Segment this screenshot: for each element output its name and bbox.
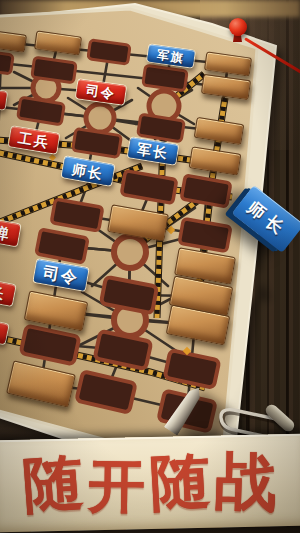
banner-char: 随 [21,452,85,516]
piece-label: 军长 [0,281,7,301]
piece-label: 司令 [85,83,117,100]
camp[interactable] [86,104,114,132]
camp[interactable] [114,236,146,268]
app-screenshot: 军旗 司令 工兵 军长 师长 炸弹 司令 军长 师长 随 开 随 战 [0,0,300,533]
station[interactable] [32,57,76,83]
piece-label: 炸弹 [0,221,12,242]
promo-banner: 随 开 随 战 [0,434,300,533]
station[interactable] [88,40,130,64]
banner-char: 开 [88,457,146,515]
station[interactable] [0,50,13,74]
station[interactable] [143,65,187,91]
banner-char: 随 [148,451,211,514]
piece-label: 工兵 [17,131,51,150]
piece-label: 军旗 [156,48,185,64]
piece-label: 军长 [136,142,170,161]
piece-label: 司令 [42,264,80,286]
banner-slogan: 随 开 随 战 [22,449,277,516]
pushpin-icon [229,18,247,36]
banner-char: 战 [214,450,278,514]
piece-label: 师长 [71,161,105,180]
